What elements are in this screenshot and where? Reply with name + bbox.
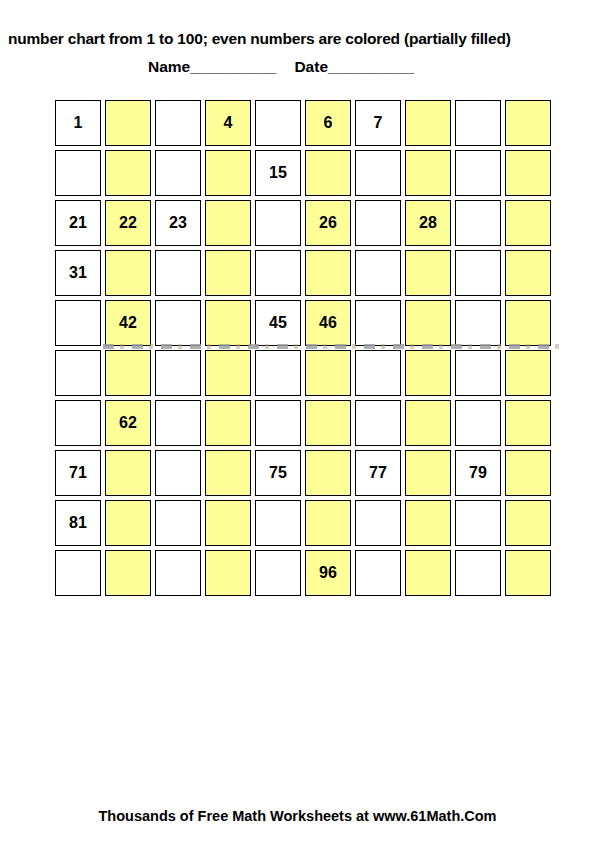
grid-cell-4[interactable]: 4 <box>205 100 251 146</box>
grid-cell-22[interactable]: 22 <box>105 200 151 246</box>
grid-cell-44[interactable] <box>205 300 251 346</box>
grid-cell-21[interactable]: 21 <box>55 200 101 246</box>
grid-cell-41[interactable] <box>55 300 101 346</box>
grid-cell-97[interactable] <box>355 550 401 596</box>
grid-cell-46[interactable]: 46 <box>305 300 351 346</box>
grid-cell-50[interactable] <box>505 300 551 346</box>
grid-cell-20[interactable] <box>505 150 551 196</box>
grid-cell-79[interactable]: 79 <box>455 450 501 496</box>
grid-cell-12[interactable] <box>105 150 151 196</box>
grid-cell-98[interactable] <box>405 550 451 596</box>
grid-cell-49[interactable] <box>455 300 501 346</box>
grid-cell-77[interactable]: 77 <box>355 450 401 496</box>
grid-cell-87[interactable] <box>355 500 401 546</box>
grid-cell-25[interactable] <box>255 200 301 246</box>
grid-cell-89[interactable] <box>455 500 501 546</box>
grid-cell-66[interactable] <box>305 400 351 446</box>
grid-cell-28[interactable]: 28 <box>405 200 451 246</box>
grid-cell-29[interactable] <box>455 200 501 246</box>
grid-cell-91[interactable] <box>55 550 101 596</box>
grid-cell-5[interactable] <box>255 100 301 146</box>
grid-cell-83[interactable] <box>155 500 201 546</box>
name-blank-field[interactable]: Name__________ <box>148 58 276 75</box>
grid-cell-74[interactable] <box>205 450 251 496</box>
grid-cell-67[interactable] <box>355 400 401 446</box>
grid-cell-23[interactable]: 23 <box>155 200 201 246</box>
grid-cell-61[interactable] <box>55 400 101 446</box>
grid-cell-86[interactable] <box>305 500 351 546</box>
grid-cell-19[interactable] <box>455 150 501 196</box>
grid-cell-17[interactable] <box>355 150 401 196</box>
grid-cell-39[interactable] <box>455 250 501 296</box>
grid-cell-45[interactable]: 45 <box>255 300 301 346</box>
name-date-line: Name__________Date__________ <box>148 58 414 76</box>
grid-cell-96[interactable]: 96 <box>305 550 351 596</box>
grid-cell-57[interactable] <box>355 350 401 396</box>
grid-cell-68[interactable] <box>405 400 451 446</box>
grid-cell-92[interactable] <box>105 550 151 596</box>
grid-cell-43[interactable] <box>155 300 201 346</box>
grid-cell-73[interactable] <box>155 450 201 496</box>
date-blank-field[interactable]: Date__________ <box>294 58 414 75</box>
grid-cell-27[interactable] <box>355 200 401 246</box>
grid-cell-62[interactable]: 62 <box>105 400 151 446</box>
grid-cell-85[interactable] <box>255 500 301 546</box>
grid-cell-65[interactable] <box>255 400 301 446</box>
grid-cell-38[interactable] <box>405 250 451 296</box>
number-grid: 14671521222326283142454662717577798196 <box>55 100 551 596</box>
grid-cell-56[interactable] <box>305 350 351 396</box>
grid-cell-13[interactable] <box>155 150 201 196</box>
grid-cell-59[interactable] <box>455 350 501 396</box>
grid-cell-26[interactable]: 26 <box>305 200 351 246</box>
grid-cell-31[interactable]: 31 <box>55 250 101 296</box>
grid-cell-72[interactable] <box>105 450 151 496</box>
grid-cell-53[interactable] <box>155 350 201 396</box>
grid-cell-10[interactable] <box>505 100 551 146</box>
grid-cell-88[interactable] <box>405 500 451 546</box>
worksheet-title: number chart from 1 to 100; even numbers… <box>8 30 511 48</box>
grid-cell-63[interactable] <box>155 400 201 446</box>
grid-cell-30[interactable] <box>505 200 551 246</box>
grid-cell-82[interactable] <box>105 500 151 546</box>
grid-cell-100[interactable] <box>505 550 551 596</box>
grid-cell-14[interactable] <box>205 150 251 196</box>
grid-cell-52[interactable] <box>105 350 151 396</box>
grid-cell-47[interactable] <box>355 300 401 346</box>
footer-credit: Thousands of Free Math Worksheets at www… <box>0 808 595 824</box>
grid-cell-78[interactable] <box>405 450 451 496</box>
grid-cell-60[interactable] <box>505 350 551 396</box>
grid-cell-95[interactable] <box>255 550 301 596</box>
grid-cell-1[interactable]: 1 <box>55 100 101 146</box>
grid-cell-18[interactable] <box>405 150 451 196</box>
grid-cell-35[interactable] <box>255 250 301 296</box>
grid-cell-94[interactable] <box>205 550 251 596</box>
grid-cell-3[interactable] <box>155 100 201 146</box>
grid-cell-93[interactable] <box>155 550 201 596</box>
grid-cell-36[interactable] <box>305 250 351 296</box>
grid-cell-75[interactable]: 75 <box>255 450 301 496</box>
grid-cell-70[interactable] <box>505 400 551 446</box>
grid-cell-15[interactable]: 15 <box>255 150 301 196</box>
grid-cell-37[interactable] <box>355 250 401 296</box>
grid-cell-34[interactable] <box>205 250 251 296</box>
grid-cell-64[interactable] <box>205 400 251 446</box>
grid-cell-69[interactable] <box>455 400 501 446</box>
grid-cell-9[interactable] <box>455 100 501 146</box>
grid-cell-99[interactable] <box>455 550 501 596</box>
grid-cell-80[interactable] <box>505 450 551 496</box>
grid-cell-2[interactable] <box>105 100 151 146</box>
grid-cell-71[interactable]: 71 <box>55 450 101 496</box>
grid-cell-11[interactable] <box>55 150 101 196</box>
grid-cell-55[interactable] <box>255 350 301 396</box>
grid-cell-42[interactable]: 42 <box>105 300 151 346</box>
grid-cell-76[interactable] <box>305 450 351 496</box>
grid-cell-6[interactable]: 6 <box>305 100 351 146</box>
grid-cell-84[interactable] <box>205 500 251 546</box>
grid-cell-90[interactable] <box>505 500 551 546</box>
grid-cell-51[interactable] <box>55 350 101 396</box>
grid-cell-32[interactable] <box>105 250 151 296</box>
grid-cell-81[interactable]: 81 <box>55 500 101 546</box>
grid-cell-8[interactable] <box>405 100 451 146</box>
grid-cell-58[interactable] <box>405 350 451 396</box>
grid-cell-54[interactable] <box>205 350 251 396</box>
grid-cell-24[interactable] <box>205 200 251 246</box>
grid-cell-40[interactable] <box>505 250 551 296</box>
worksheet-page: number chart from 1 to 100; even numbers… <box>0 0 595 842</box>
grid-cell-7[interactable]: 7 <box>355 100 401 146</box>
grid-cell-16[interactable] <box>305 150 351 196</box>
grid-cell-48[interactable] <box>405 300 451 346</box>
grid-cell-33[interactable] <box>155 250 201 296</box>
